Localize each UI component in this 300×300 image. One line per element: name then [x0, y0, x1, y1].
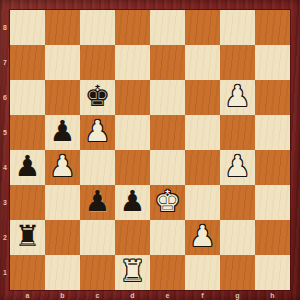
square-g4[interactable]: ♟: [220, 150, 255, 185]
square-f8[interactable]: [185, 10, 220, 45]
rank-label-5: 5: [0, 115, 10, 150]
square-c2[interactable]: [80, 220, 115, 255]
square-f2[interactable]: ♟: [185, 220, 220, 255]
square-h5[interactable]: [255, 115, 290, 150]
square-d5[interactable]: [115, 115, 150, 150]
square-d7[interactable]: [115, 45, 150, 80]
rank-label-4: 4: [0, 150, 10, 185]
chess-board: ♚♟♟♟♟♟♟♟♟♚♜♟♜: [10, 10, 290, 290]
rank-label-3: 3: [0, 185, 10, 220]
square-a4[interactable]: ♟: [10, 150, 45, 185]
file-label-e: e: [150, 290, 185, 300]
black-king: ♚: [85, 82, 111, 111]
square-b5[interactable]: ♟: [45, 115, 80, 150]
square-h7[interactable]: [255, 45, 290, 80]
square-e1[interactable]: [150, 255, 185, 290]
square-a5[interactable]: [10, 115, 45, 150]
square-c6[interactable]: ♚: [80, 80, 115, 115]
square-b2[interactable]: [45, 220, 80, 255]
square-e5[interactable]: [150, 115, 185, 150]
square-e4[interactable]: [150, 150, 185, 185]
file-label-h: h: [255, 290, 290, 300]
black-rook: ♜: [15, 222, 41, 251]
square-a8[interactable]: [10, 10, 45, 45]
square-d4[interactable]: [115, 150, 150, 185]
square-c5[interactable]: ♟: [80, 115, 115, 150]
square-f7[interactable]: [185, 45, 220, 80]
square-a6[interactable]: [10, 80, 45, 115]
square-f6[interactable]: [185, 80, 220, 115]
file-label-b: b: [45, 290, 80, 300]
white-pawn: ♟: [190, 222, 216, 251]
rank-label-7: 7: [0, 45, 10, 80]
square-b8[interactable]: [45, 10, 80, 45]
file-label-f: f: [185, 290, 220, 300]
white-pawn: ♟: [85, 117, 111, 146]
square-a7[interactable]: [10, 45, 45, 80]
square-d1[interactable]: ♜: [115, 255, 150, 290]
square-f3[interactable]: [185, 185, 220, 220]
square-a3[interactable]: [10, 185, 45, 220]
square-f4[interactable]: [185, 150, 220, 185]
white-pawn: ♟: [225, 82, 251, 111]
square-c1[interactable]: [80, 255, 115, 290]
square-d8[interactable]: [115, 10, 150, 45]
rank-label-2: 2: [0, 220, 10, 255]
square-b6[interactable]: [45, 80, 80, 115]
square-c3[interactable]: ♟: [80, 185, 115, 220]
square-g5[interactable]: [220, 115, 255, 150]
black-pawn: ♟: [120, 187, 146, 216]
square-g7[interactable]: [220, 45, 255, 80]
square-g3[interactable]: [220, 185, 255, 220]
file-label-d: d: [115, 290, 150, 300]
rank-label-8: 8: [0, 10, 10, 45]
square-f1[interactable]: [185, 255, 220, 290]
square-d3[interactable]: ♟: [115, 185, 150, 220]
square-b1[interactable]: [45, 255, 80, 290]
square-e3[interactable]: ♚: [150, 185, 185, 220]
square-h2[interactable]: [255, 220, 290, 255]
square-c4[interactable]: [80, 150, 115, 185]
black-pawn: ♟: [85, 187, 111, 216]
square-b7[interactable]: [45, 45, 80, 80]
square-e6[interactable]: [150, 80, 185, 115]
white-king: ♚: [155, 187, 181, 216]
square-c8[interactable]: [80, 10, 115, 45]
square-d2[interactable]: [115, 220, 150, 255]
rank-label-1: 1: [0, 255, 10, 290]
square-h8[interactable]: [255, 10, 290, 45]
square-g2[interactable]: [220, 220, 255, 255]
chess-diagram: ♚♟♟♟♟♟♟♟♟♚♜♟♜ 87654321abcdefgh: [0, 0, 300, 300]
square-b4[interactable]: ♟: [45, 150, 80, 185]
square-h6[interactable]: [255, 80, 290, 115]
file-label-a: a: [10, 290, 45, 300]
square-a1[interactable]: [10, 255, 45, 290]
square-g1[interactable]: [220, 255, 255, 290]
square-c7[interactable]: [80, 45, 115, 80]
square-e8[interactable]: [150, 10, 185, 45]
file-label-g: g: [220, 290, 255, 300]
square-g8[interactable]: [220, 10, 255, 45]
white-pawn: ♟: [50, 152, 76, 181]
white-rook: ♜: [120, 257, 146, 286]
square-h1[interactable]: [255, 255, 290, 290]
black-pawn: ♟: [50, 117, 76, 146]
square-h3[interactable]: [255, 185, 290, 220]
square-e7[interactable]: [150, 45, 185, 80]
rank-label-6: 6: [0, 80, 10, 115]
square-h4[interactable]: [255, 150, 290, 185]
square-g6[interactable]: ♟: [220, 80, 255, 115]
square-e2[interactable]: [150, 220, 185, 255]
square-f5[interactable]: [185, 115, 220, 150]
black-pawn: ♟: [15, 152, 41, 181]
square-b3[interactable]: [45, 185, 80, 220]
white-pawn: ♟: [225, 152, 251, 181]
file-label-c: c: [80, 290, 115, 300]
square-a2[interactable]: ♜: [10, 220, 45, 255]
square-d6[interactable]: [115, 80, 150, 115]
